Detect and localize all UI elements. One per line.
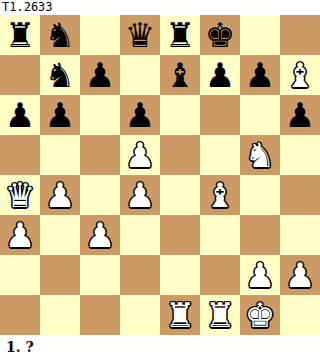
square-e2[interactable] bbox=[160, 255, 200, 295]
white-bishop-piece: ♝ bbox=[285, 55, 315, 95]
black-pawn-piece: ♟ bbox=[245, 55, 275, 95]
square-b8[interactable]: ♞ bbox=[40, 15, 80, 55]
square-c8[interactable] bbox=[80, 15, 120, 55]
white-pawn-piece: ♟ bbox=[45, 175, 75, 215]
square-h2[interactable]: ♟ bbox=[280, 255, 320, 295]
square-f3[interactable] bbox=[200, 215, 240, 255]
square-g6[interactable] bbox=[240, 95, 280, 135]
square-e3[interactable] bbox=[160, 215, 200, 255]
white-pawn-piece: ♟ bbox=[245, 255, 275, 295]
black-king-piece: ♚ bbox=[205, 15, 235, 55]
square-d6[interactable]: ♟ bbox=[120, 95, 160, 135]
square-f7[interactable]: ♟ bbox=[200, 55, 240, 95]
square-h6[interactable]: ♟ bbox=[280, 95, 320, 135]
square-d3[interactable] bbox=[120, 215, 160, 255]
white-pawn-piece: ♟ bbox=[5, 215, 35, 255]
black-rook-piece: ♜ bbox=[165, 15, 195, 55]
puzzle-id: T1.2633 bbox=[2, 0, 53, 15]
black-pawn-piece: ♟ bbox=[5, 95, 35, 135]
move-prompt: 1. ? bbox=[6, 339, 34, 355]
square-h4[interactable] bbox=[280, 175, 320, 215]
square-e7[interactable]: ♝ bbox=[160, 55, 200, 95]
square-c4[interactable] bbox=[80, 175, 120, 215]
white-pawn-piece: ♟ bbox=[285, 255, 315, 295]
square-c2[interactable] bbox=[80, 255, 120, 295]
white-pawn-piece: ♟ bbox=[125, 175, 155, 215]
square-b5[interactable] bbox=[40, 135, 80, 175]
black-pawn-piece: ♟ bbox=[45, 95, 75, 135]
white-king-piece: ♚ bbox=[245, 295, 275, 335]
square-g3[interactable] bbox=[240, 215, 280, 255]
square-b7[interactable]: ♞ bbox=[40, 55, 80, 95]
square-e4[interactable] bbox=[160, 175, 200, 215]
square-g4[interactable] bbox=[240, 175, 280, 215]
square-g8[interactable] bbox=[240, 15, 280, 55]
square-a4[interactable]: ♛ bbox=[0, 175, 40, 215]
white-rook-piece: ♜ bbox=[205, 295, 235, 335]
square-a3[interactable]: ♟ bbox=[0, 215, 40, 255]
square-b4[interactable]: ♟ bbox=[40, 175, 80, 215]
square-g1[interactable]: ♚ bbox=[240, 295, 280, 335]
square-d4[interactable]: ♟ bbox=[120, 175, 160, 215]
square-c3[interactable]: ♟ bbox=[80, 215, 120, 255]
square-a1[interactable] bbox=[0, 295, 40, 335]
square-h7[interactable]: ♝ bbox=[280, 55, 320, 95]
square-b3[interactable] bbox=[40, 215, 80, 255]
square-f6[interactable] bbox=[200, 95, 240, 135]
black-pawn-piece: ♟ bbox=[285, 95, 315, 135]
puzzle-header: T1.2633 bbox=[0, 0, 320, 15]
square-a2[interactable] bbox=[0, 255, 40, 295]
black-queen-piece: ♛ bbox=[125, 15, 155, 55]
black-pawn-piece: ♟ bbox=[125, 95, 155, 135]
square-c1[interactable] bbox=[80, 295, 120, 335]
square-h5[interactable] bbox=[280, 135, 320, 175]
white-rook-piece: ♜ bbox=[165, 295, 195, 335]
square-e8[interactable]: ♜ bbox=[160, 15, 200, 55]
square-d2[interactable] bbox=[120, 255, 160, 295]
white-pawn-piece: ♟ bbox=[85, 215, 115, 255]
black-pawn-piece: ♟ bbox=[85, 55, 115, 95]
square-c5[interactable] bbox=[80, 135, 120, 175]
square-f4[interactable]: ♝ bbox=[200, 175, 240, 215]
square-f5[interactable] bbox=[200, 135, 240, 175]
black-pawn-piece: ♟ bbox=[205, 55, 235, 95]
white-bishop-piece: ♝ bbox=[205, 175, 235, 215]
square-a5[interactable] bbox=[0, 135, 40, 175]
chess-board: ♜♞♛♜♚♞♟♝♟♟♝♟♟♟♟♟♞♛♟♟♝♟♟♟♟♜♜♚ bbox=[0, 15, 320, 335]
square-f8[interactable]: ♚ bbox=[200, 15, 240, 55]
square-e6[interactable] bbox=[160, 95, 200, 135]
square-d1[interactable] bbox=[120, 295, 160, 335]
black-rook-piece: ♜ bbox=[5, 15, 35, 55]
square-d5[interactable]: ♟ bbox=[120, 135, 160, 175]
black-knight-piece: ♞ bbox=[45, 15, 75, 55]
white-queen-piece: ♛ bbox=[5, 175, 35, 215]
move-prompt-bar: 1. ? bbox=[0, 335, 320, 360]
square-b1[interactable] bbox=[40, 295, 80, 335]
square-d8[interactable]: ♛ bbox=[120, 15, 160, 55]
square-a6[interactable]: ♟ bbox=[0, 95, 40, 135]
square-e1[interactable]: ♜ bbox=[160, 295, 200, 335]
square-g2[interactable]: ♟ bbox=[240, 255, 280, 295]
square-h3[interactable] bbox=[280, 215, 320, 255]
square-f1[interactable]: ♜ bbox=[200, 295, 240, 335]
square-f2[interactable] bbox=[200, 255, 240, 295]
black-knight-piece: ♞ bbox=[45, 55, 75, 95]
square-a8[interactable]: ♜ bbox=[0, 15, 40, 55]
black-bishop-piece: ♝ bbox=[165, 55, 195, 95]
square-g5[interactable]: ♞ bbox=[240, 135, 280, 175]
square-b2[interactable] bbox=[40, 255, 80, 295]
square-b6[interactable]: ♟ bbox=[40, 95, 80, 135]
white-knight-piece: ♞ bbox=[245, 135, 275, 175]
square-e5[interactable] bbox=[160, 135, 200, 175]
square-c6[interactable] bbox=[80, 95, 120, 135]
square-h1[interactable] bbox=[280, 295, 320, 335]
square-g7[interactable]: ♟ bbox=[240, 55, 280, 95]
square-c7[interactable]: ♟ bbox=[80, 55, 120, 95]
square-h8[interactable] bbox=[280, 15, 320, 55]
white-pawn-piece: ♟ bbox=[125, 135, 155, 175]
square-a7[interactable] bbox=[0, 55, 40, 95]
square-d7[interactable] bbox=[120, 55, 160, 95]
